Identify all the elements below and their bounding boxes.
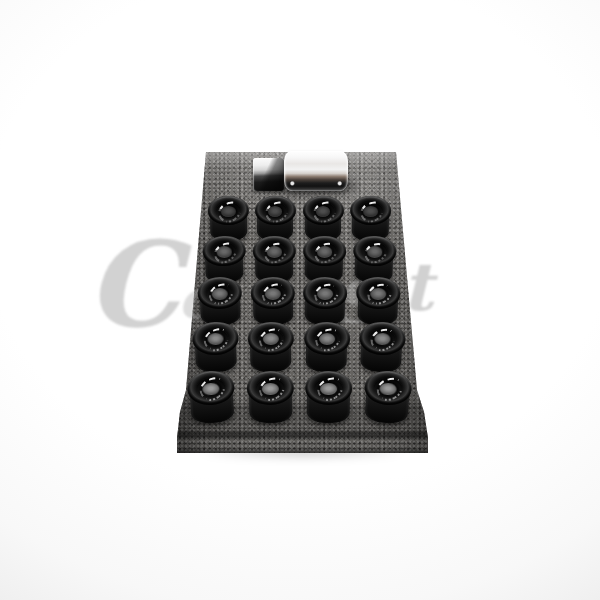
lug-nut bbox=[248, 322, 294, 374]
lug-nut bbox=[192, 321, 240, 374]
product-photo-scene: C o S t bbox=[0, 0, 600, 600]
lug-nut-grid bbox=[0, 0, 600, 600]
lug-nut bbox=[304, 371, 352, 424]
lug-nut bbox=[186, 369, 237, 425]
lug-nut bbox=[246, 371, 294, 424]
lug-nut bbox=[362, 369, 413, 425]
lug-nut bbox=[304, 322, 350, 374]
lug-nut bbox=[358, 321, 406, 374]
